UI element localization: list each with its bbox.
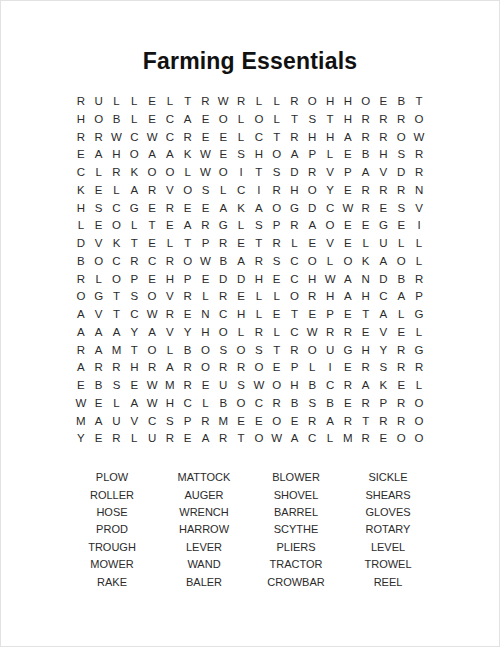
grid-cell-r3c16[interactable]: A: [339, 129, 357, 147]
grid-cell-r20c7[interactable]: E: [179, 430, 197, 448]
grid-cell-r4c11[interactable]: H: [250, 146, 268, 164]
grid-cell-r20c14[interactable]: C: [303, 430, 321, 448]
grid-cell-r14c18[interactable]: V: [375, 324, 393, 342]
grid-cell-r11c1[interactable]: R: [72, 271, 90, 289]
grid-cell-r13c19[interactable]: L: [392, 306, 410, 324]
grid-cell-r18c15[interactable]: B: [321, 395, 339, 413]
grid-cell-r19c7[interactable]: P: [179, 413, 197, 431]
grid-cell-r15c11[interactable]: S: [250, 342, 268, 360]
grid-cell-r2c11[interactable]: O: [250, 111, 268, 129]
grid-cell-r16c6[interactable]: A: [161, 359, 179, 377]
grid-cell-r7c3[interactable]: C: [108, 200, 126, 218]
grid-cell-r11c17[interactable]: N: [357, 271, 375, 289]
grid-cell-r13c7[interactable]: E: [179, 306, 197, 324]
grid-cell-r6c14[interactable]: O: [303, 182, 321, 200]
grid-cell-r16c19[interactable]: R: [392, 359, 410, 377]
grid-cell-r5c7[interactable]: L: [179, 164, 197, 182]
grid-cell-r11c9[interactable]: D: [214, 271, 232, 289]
grid-cell-r7c9[interactable]: A: [214, 200, 232, 218]
grid-cell-r14c5[interactable]: A: [143, 324, 161, 342]
grid-cell-r14c6[interactable]: V: [161, 324, 179, 342]
grid-cell-r15c5[interactable]: O: [143, 342, 161, 360]
grid-cell-r10c11[interactable]: R: [250, 253, 268, 271]
grid-cell-r13c17[interactable]: T: [357, 306, 375, 324]
grid-cell-r16c17[interactable]: R: [357, 359, 375, 377]
grid-cell-r1c3[interactable]: L: [108, 93, 126, 111]
grid-cell-r7c20[interactable]: V: [410, 200, 428, 218]
grid-cell-r7c8[interactable]: E: [197, 200, 215, 218]
grid-cell-r9c19[interactable]: L: [392, 235, 410, 253]
grid-cell-r10c2[interactable]: O: [90, 253, 108, 271]
grid-cell-r10c13[interactable]: C: [286, 253, 304, 271]
grid-cell-r13c15[interactable]: P: [321, 306, 339, 324]
grid-cell-r6c1[interactable]: K: [72, 182, 90, 200]
grid-cell-r12c9[interactable]: R: [214, 288, 232, 306]
grid-cell-r18c4[interactable]: A: [125, 395, 143, 413]
grid-cell-r18c16[interactable]: E: [339, 395, 357, 413]
grid-cell-r19c2[interactable]: A: [90, 413, 108, 431]
grid-cell-r10c9[interactable]: B: [214, 253, 232, 271]
grid-cell-r2c10[interactable]: L: [232, 111, 250, 129]
grid-cell-r5c17[interactable]: A: [357, 164, 375, 182]
grid-cell-r11c15[interactable]: W: [321, 271, 339, 289]
grid-cell-r13c2[interactable]: V: [90, 306, 108, 324]
grid-cell-r13c12[interactable]: E: [268, 306, 286, 324]
grid-cell-r11c6[interactable]: H: [161, 271, 179, 289]
grid-cell-r20c1[interactable]: Y: [72, 430, 90, 448]
grid-cell-r17c8[interactable]: E: [197, 377, 215, 395]
grid-cell-r19c8[interactable]: R: [197, 413, 215, 431]
grid-cell-r15c20[interactable]: G: [410, 342, 428, 360]
grid-cell-r5c6[interactable]: O: [161, 164, 179, 182]
grid-cell-r19c15[interactable]: A: [321, 413, 339, 431]
grid-cell-r12c6[interactable]: V: [161, 288, 179, 306]
grid-cell-r10c6[interactable]: R: [161, 253, 179, 271]
grid-cell-r18c13[interactable]: B: [286, 395, 304, 413]
grid-cell-r12c4[interactable]: S: [125, 288, 143, 306]
grid-cell-r13c3[interactable]: T: [108, 306, 126, 324]
grid-cell-r18c2[interactable]: E: [90, 395, 108, 413]
grid-cell-r16c10[interactable]: R: [232, 359, 250, 377]
grid-cell-r16c12[interactable]: E: [268, 359, 286, 377]
grid-cell-r6c12[interactable]: R: [268, 182, 286, 200]
grid-cell-r10c16[interactable]: O: [339, 253, 357, 271]
grid-cell-r18c11[interactable]: C: [250, 395, 268, 413]
grid-cell-r9c17[interactable]: L: [357, 235, 375, 253]
grid-cell-r17c14[interactable]: B: [303, 377, 321, 395]
grid-cell-r12c16[interactable]: A: [339, 288, 357, 306]
grid-cell-r20c15[interactable]: L: [321, 430, 339, 448]
grid-cell-r7c5[interactable]: E: [143, 200, 161, 218]
grid-cell-r4c17[interactable]: B: [357, 146, 375, 164]
grid-cell-r19c11[interactable]: E: [250, 413, 268, 431]
grid-cell-r13c20[interactable]: G: [410, 306, 428, 324]
grid-cell-r2c14[interactable]: S: [303, 111, 321, 129]
grid-cell-r2c5[interactable]: E: [143, 111, 161, 129]
grid-cell-r2c12[interactable]: L: [268, 111, 286, 129]
grid-cell-r6c20[interactable]: N: [410, 182, 428, 200]
grid-cell-r8c14[interactable]: A: [303, 217, 321, 235]
grid-cell-r14c8[interactable]: H: [197, 324, 215, 342]
grid-cell-r4c15[interactable]: L: [321, 146, 339, 164]
grid-cell-r16c4[interactable]: H: [125, 359, 143, 377]
grid-cell-r1c9[interactable]: W: [214, 93, 232, 111]
grid-cell-r19c10[interactable]: E: [232, 413, 250, 431]
grid-cell-r15c3[interactable]: M: [108, 342, 126, 360]
grid-cell-r7c11[interactable]: A: [250, 200, 268, 218]
grid-cell-r3c12[interactable]: T: [268, 129, 286, 147]
grid-cell-r13c6[interactable]: R: [161, 306, 179, 324]
grid-cell-r16c9[interactable]: R: [214, 359, 232, 377]
grid-cell-r19c14[interactable]: R: [303, 413, 321, 431]
grid-cell-r11c12[interactable]: E: [268, 271, 286, 289]
grid-cell-r15c7[interactable]: B: [179, 342, 197, 360]
grid-cell-r3c8[interactable]: E: [197, 129, 215, 147]
grid-cell-r12c18[interactable]: C: [375, 288, 393, 306]
grid-cell-r16c8[interactable]: O: [197, 359, 215, 377]
grid-cell-r11c20[interactable]: R: [410, 271, 428, 289]
grid-cell-r6c7[interactable]: O: [179, 182, 197, 200]
grid-cell-r14c4[interactable]: Y: [125, 324, 143, 342]
grid-cell-r9c4[interactable]: T: [125, 235, 143, 253]
grid-cell-r12c7[interactable]: R: [179, 288, 197, 306]
grid-cell-r11c5[interactable]: E: [143, 271, 161, 289]
grid-cell-r20c17[interactable]: R: [357, 430, 375, 448]
grid-cell-r18c14[interactable]: S: [303, 395, 321, 413]
grid-cell-r8c20[interactable]: I: [410, 217, 428, 235]
grid-cell-r8c12[interactable]: P: [268, 217, 286, 235]
grid-cell-r1c14[interactable]: O: [303, 93, 321, 111]
grid-cell-r19c18[interactable]: R: [375, 413, 393, 431]
grid-cell-r7c2[interactable]: S: [90, 200, 108, 218]
grid-cell-r1c16[interactable]: H: [339, 93, 357, 111]
grid-cell-r18c20[interactable]: O: [410, 395, 428, 413]
grid-cell-r2c6[interactable]: C: [161, 111, 179, 129]
grid-cell-r20c6[interactable]: R: [161, 430, 179, 448]
grid-cell-r2c7[interactable]: A: [179, 111, 197, 129]
grid-cell-r19c13[interactable]: E: [286, 413, 304, 431]
grid-cell-r6c10[interactable]: C: [232, 182, 250, 200]
grid-cell-r10c12[interactable]: S: [268, 253, 286, 271]
grid-cell-r16c11[interactable]: O: [250, 359, 268, 377]
grid-cell-r7c14[interactable]: D: [303, 200, 321, 218]
grid-cell-r4c16[interactable]: E: [339, 146, 357, 164]
grid-cell-r12c15[interactable]: H: [321, 288, 339, 306]
grid-cell-r2c1[interactable]: H: [72, 111, 90, 129]
grid-cell-r6c18[interactable]: R: [375, 182, 393, 200]
grid-cell-r8c6[interactable]: E: [161, 217, 179, 235]
grid-cell-r6c2[interactable]: E: [90, 182, 108, 200]
grid-cell-r18c5[interactable]: W: [143, 395, 161, 413]
grid-cell-r2c18[interactable]: R: [375, 111, 393, 129]
grid-cell-r13c5[interactable]: W: [143, 306, 161, 324]
grid-cell-r1c6[interactable]: L: [161, 93, 179, 111]
grid-cell-r16c7[interactable]: R: [179, 359, 197, 377]
grid-cell-r2c16[interactable]: H: [339, 111, 357, 129]
grid-cell-r12c5[interactable]: O: [143, 288, 161, 306]
grid-cell-r4c10[interactable]: S: [232, 146, 250, 164]
grid-cell-r5c18[interactable]: V: [375, 164, 393, 182]
grid-cell-r8c10[interactable]: L: [232, 217, 250, 235]
grid-cell-r2c9[interactable]: O: [214, 111, 232, 129]
grid-cell-r18c9[interactable]: B: [214, 395, 232, 413]
grid-cell-r10c10[interactable]: A: [232, 253, 250, 271]
grid-cell-r14c16[interactable]: R: [339, 324, 357, 342]
grid-cell-r16c14[interactable]: L: [303, 359, 321, 377]
grid-cell-r11c4[interactable]: P: [125, 271, 143, 289]
grid-cell-r14c14[interactable]: W: [303, 324, 321, 342]
grid-cell-r16c13[interactable]: P: [286, 359, 304, 377]
grid-cell-r13c10[interactable]: H: [232, 306, 250, 324]
grid-cell-r19c19[interactable]: R: [392, 413, 410, 431]
grid-cell-r15c18[interactable]: Y: [375, 342, 393, 360]
grid-cell-r6c8[interactable]: S: [197, 182, 215, 200]
grid-cell-r3c9[interactable]: E: [214, 129, 232, 147]
grid-cell-r1c1[interactable]: R: [72, 93, 90, 111]
grid-cell-r7c15[interactable]: C: [321, 200, 339, 218]
grid-cell-r20c13[interactable]: A: [286, 430, 304, 448]
grid-cell-r19c9[interactable]: M: [214, 413, 232, 431]
grid-cell-r8c9[interactable]: G: [214, 217, 232, 235]
grid-cell-r19c1[interactable]: M: [72, 413, 90, 431]
grid-cell-r19c4[interactable]: V: [125, 413, 143, 431]
grid-cell-r9c1[interactable]: D: [72, 235, 90, 253]
grid-cell-r9c6[interactable]: L: [161, 235, 179, 253]
grid-cell-r15c2[interactable]: A: [90, 342, 108, 360]
grid-cell-r20c4[interactable]: L: [125, 430, 143, 448]
grid-cell-r3c18[interactable]: R: [375, 129, 393, 147]
grid-cell-r8c18[interactable]: G: [375, 217, 393, 235]
grid-cell-r6c17[interactable]: R: [357, 182, 375, 200]
grid-cell-r5c16[interactable]: P: [339, 164, 357, 182]
grid-cell-r15c19[interactable]: R: [392, 342, 410, 360]
grid-cell-r18c7[interactable]: C: [179, 395, 197, 413]
grid-cell-r16c16[interactable]: E: [339, 359, 357, 377]
grid-cell-r15c9[interactable]: S: [214, 342, 232, 360]
grid-cell-r10c5[interactable]: C: [143, 253, 161, 271]
grid-cell-r18c17[interactable]: R: [357, 395, 375, 413]
grid-cell-r4c2[interactable]: A: [90, 146, 108, 164]
grid-cell-r4c13[interactable]: A: [286, 146, 304, 164]
grid-cell-r14c11[interactable]: R: [250, 324, 268, 342]
grid-cell-r8c8[interactable]: R: [197, 217, 215, 235]
grid-cell-r7c18[interactable]: E: [375, 200, 393, 218]
grid-cell-r17c4[interactable]: E: [125, 377, 143, 395]
grid-cell-r3c7[interactable]: R: [179, 129, 197, 147]
grid-cell-r13c1[interactable]: A: [72, 306, 90, 324]
grid-cell-r5c19[interactable]: D: [392, 164, 410, 182]
grid-cell-r14c15[interactable]: R: [321, 324, 339, 342]
grid-cell-r2c3[interactable]: B: [108, 111, 126, 129]
grid-cell-r1c15[interactable]: H: [321, 93, 339, 111]
grid-cell-r7c16[interactable]: W: [339, 200, 357, 218]
grid-cell-r17c19[interactable]: E: [392, 377, 410, 395]
grid-cell-r18c10[interactable]: O: [232, 395, 250, 413]
grid-cell-r6c13[interactable]: H: [286, 182, 304, 200]
grid-cell-r15c14[interactable]: O: [303, 342, 321, 360]
grid-cell-r3c20[interactable]: W: [410, 129, 428, 147]
grid-cell-r10c1[interactable]: B: [72, 253, 90, 271]
grid-cell-r11c2[interactable]: L: [90, 271, 108, 289]
grid-cell-r4c18[interactable]: H: [375, 146, 393, 164]
grid-cell-r1c19[interactable]: B: [392, 93, 410, 111]
grid-cell-r6c16[interactable]: E: [339, 182, 357, 200]
grid-cell-r1c12[interactable]: L: [268, 93, 286, 111]
grid-cell-r11c7[interactable]: P: [179, 271, 197, 289]
grid-cell-r18c1[interactable]: W: [72, 395, 90, 413]
grid-cell-r12c1[interactable]: O: [72, 288, 90, 306]
grid-cell-r6c3[interactable]: L: [108, 182, 126, 200]
grid-cell-r13c8[interactable]: N: [197, 306, 215, 324]
grid-cell-r19c16[interactable]: R: [339, 413, 357, 431]
grid-cell-r18c12[interactable]: R: [268, 395, 286, 413]
grid-cell-r15c12[interactable]: T: [268, 342, 286, 360]
grid-cell-r13c14[interactable]: E: [303, 306, 321, 324]
grid-cell-r20c8[interactable]: A: [197, 430, 215, 448]
grid-cell-r20c12[interactable]: W: [268, 430, 286, 448]
grid-cell-r2c19[interactable]: R: [392, 111, 410, 129]
grid-cell-r10c20[interactable]: L: [410, 253, 428, 271]
grid-cell-r8c19[interactable]: E: [392, 217, 410, 235]
grid-cell-r11c14[interactable]: H: [303, 271, 321, 289]
grid-cell-r16c15[interactable]: I: [321, 359, 339, 377]
grid-cell-r17c20[interactable]: L: [410, 377, 428, 395]
grid-cell-r4c3[interactable]: H: [108, 146, 126, 164]
grid-cell-r16c3[interactable]: R: [108, 359, 126, 377]
grid-cell-r8c7[interactable]: A: [179, 217, 197, 235]
grid-cell-r3c1[interactable]: R: [72, 129, 90, 147]
grid-cell-r9c10[interactable]: E: [232, 235, 250, 253]
grid-cell-r5c15[interactable]: V: [321, 164, 339, 182]
grid-cell-r6c9[interactable]: L: [214, 182, 232, 200]
grid-cell-r8c13[interactable]: R: [286, 217, 304, 235]
grid-cell-r3c13[interactable]: R: [286, 129, 304, 147]
grid-cell-r5c1[interactable]: C: [72, 164, 90, 182]
grid-cell-r1c17[interactable]: O: [357, 93, 375, 111]
grid-cell-r9c13[interactable]: L: [286, 235, 304, 253]
grid-cell-r11c11[interactable]: H: [250, 271, 268, 289]
grid-cell-r14c3[interactable]: A: [108, 324, 126, 342]
grid-cell-r17c6[interactable]: M: [161, 377, 179, 395]
grid-cell-r16c1[interactable]: A: [72, 359, 90, 377]
grid-cell-r20c2[interactable]: E: [90, 430, 108, 448]
grid-cell-r3c14[interactable]: H: [303, 129, 321, 147]
grid-cell-r3c11[interactable]: C: [250, 129, 268, 147]
grid-cell-r14c17[interactable]: E: [357, 324, 375, 342]
grid-cell-r7c12[interactable]: O: [268, 200, 286, 218]
grid-cell-r14c19[interactable]: E: [392, 324, 410, 342]
grid-cell-r17c13[interactable]: H: [286, 377, 304, 395]
grid-cell-r12c20[interactable]: P: [410, 288, 428, 306]
grid-cell-r10c18[interactable]: A: [375, 253, 393, 271]
grid-cell-r13c9[interactable]: C: [214, 306, 232, 324]
grid-cell-r9c15[interactable]: V: [321, 235, 339, 253]
grid-cell-r7c13[interactable]: G: [286, 200, 304, 218]
grid-cell-r2c13[interactable]: T: [286, 111, 304, 129]
grid-cell-r6c5[interactable]: R: [143, 182, 161, 200]
grid-cell-r11c13[interactable]: C: [286, 271, 304, 289]
grid-cell-r20c3[interactable]: R: [108, 430, 126, 448]
grid-cell-r3c6[interactable]: C: [161, 129, 179, 147]
grid-cell-r4c5[interactable]: A: [143, 146, 161, 164]
grid-cell-r13c16[interactable]: E: [339, 306, 357, 324]
grid-cell-r17c12[interactable]: O: [268, 377, 286, 395]
grid-cell-r1c18[interactable]: E: [375, 93, 393, 111]
grid-cell-r12c3[interactable]: T: [108, 288, 126, 306]
grid-cell-r14c20[interactable]: L: [410, 324, 428, 342]
grid-cell-r15c16[interactable]: G: [339, 342, 357, 360]
grid-cell-r16c5[interactable]: R: [143, 359, 161, 377]
grid-cell-r5c4[interactable]: K: [125, 164, 143, 182]
grid-cell-r20c19[interactable]: O: [392, 430, 410, 448]
grid-cell-r5c14[interactable]: R: [303, 164, 321, 182]
grid-cell-r11c19[interactable]: B: [392, 271, 410, 289]
grid-cell-r16c18[interactable]: S: [375, 359, 393, 377]
grid-cell-r9c14[interactable]: E: [303, 235, 321, 253]
grid-cell-r5c5[interactable]: O: [143, 164, 161, 182]
grid-cell-r9c9[interactable]: R: [214, 235, 232, 253]
grid-cell-r20c9[interactable]: R: [214, 430, 232, 448]
grid-cell-r17c3[interactable]: S: [108, 377, 126, 395]
grid-cell-r17c1[interactable]: E: [72, 377, 90, 395]
grid-cell-r10c19[interactable]: O: [392, 253, 410, 271]
grid-cell-r1c7[interactable]: T: [179, 93, 197, 111]
grid-cell-r3c2[interactable]: R: [90, 129, 108, 147]
grid-cell-r13c18[interactable]: A: [375, 306, 393, 324]
grid-cell-r6c4[interactable]: A: [125, 182, 143, 200]
grid-cell-r11c16[interactable]: A: [339, 271, 357, 289]
grid-cell-r2c17[interactable]: R: [357, 111, 375, 129]
grid-cell-r3c4[interactable]: C: [125, 129, 143, 147]
grid-cell-r9c11[interactable]: T: [250, 235, 268, 253]
grid-cell-r4c8[interactable]: W: [197, 146, 215, 164]
grid-cell-r15c4[interactable]: T: [125, 342, 143, 360]
grid-cell-r20c16[interactable]: M: [339, 430, 357, 448]
grid-cell-r3c10[interactable]: L: [232, 129, 250, 147]
grid-cell-r14c13[interactable]: C: [286, 324, 304, 342]
grid-cell-r20c18[interactable]: E: [375, 430, 393, 448]
grid-cell-r10c3[interactable]: C: [108, 253, 126, 271]
grid-cell-r10c17[interactable]: K: [357, 253, 375, 271]
grid-cell-r12c17[interactable]: H: [357, 288, 375, 306]
grid-cell-r8c17[interactable]: E: [357, 217, 375, 235]
grid-cell-r3c15[interactable]: H: [321, 129, 339, 147]
grid-cell-r9c8[interactable]: P: [197, 235, 215, 253]
grid-cell-r4c1[interactable]: E: [72, 146, 90, 164]
grid-cell-r12c19[interactable]: A: [392, 288, 410, 306]
grid-cell-r5c3[interactable]: R: [108, 164, 126, 182]
grid-cell-r4c12[interactable]: O: [268, 146, 286, 164]
grid-cell-r5c10[interactable]: I: [232, 164, 250, 182]
grid-cell-r3c17[interactable]: R: [357, 129, 375, 147]
grid-cell-r5c8[interactable]: W: [197, 164, 215, 182]
grid-cell-r18c19[interactable]: R: [392, 395, 410, 413]
grid-cell-r12c2[interactable]: G: [90, 288, 108, 306]
grid-cell-r4c6[interactable]: A: [161, 146, 179, 164]
grid-cell-r1c13[interactable]: R: [286, 93, 304, 111]
grid-cell-r7c1[interactable]: H: [72, 200, 90, 218]
grid-cell-r4c7[interactable]: K: [179, 146, 197, 164]
grid-cell-r11c18[interactable]: D: [375, 271, 393, 289]
grid-cell-r18c3[interactable]: L: [108, 395, 126, 413]
grid-cell-r18c18[interactable]: P: [375, 395, 393, 413]
grid-cell-r9c20[interactable]: L: [410, 235, 428, 253]
grid-cell-r17c18[interactable]: K: [375, 377, 393, 395]
grid-cell-r17c17[interactable]: A: [357, 377, 375, 395]
grid-cell-r20c5[interactable]: U: [143, 430, 161, 448]
grid-cell-r5c11[interactable]: T: [250, 164, 268, 182]
grid-cell-r9c16[interactable]: E: [339, 235, 357, 253]
